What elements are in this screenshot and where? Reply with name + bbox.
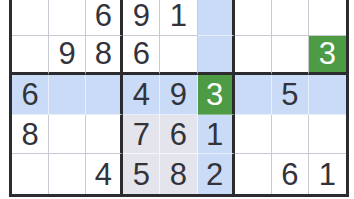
cell-r4c4[interactable]: 4 bbox=[123, 75, 160, 115]
cell-r2c9[interactable] bbox=[309, 0, 346, 36]
cell-r2c8[interactable] bbox=[272, 0, 309, 36]
cell-r6c7[interactable] bbox=[235, 154, 272, 194]
cell-r3c3[interactable]: 8 bbox=[86, 36, 123, 76]
cell-r6c4[interactable]: 5 bbox=[123, 154, 160, 194]
cell-r6c9[interactable]: 1 bbox=[309, 154, 346, 194]
cell-r5c6[interactable]: 1 bbox=[198, 115, 235, 155]
cell-r5c2[interactable] bbox=[49, 115, 86, 155]
cell-r5c8[interactable] bbox=[272, 115, 309, 155]
cell-r2c3[interactable]: 6 bbox=[86, 0, 123, 36]
cell-r3c7[interactable] bbox=[235, 36, 272, 76]
cell-r5c4[interactable]: 7 bbox=[123, 115, 160, 155]
cell-r3c5[interactable] bbox=[160, 36, 197, 76]
cell-r4c2[interactable] bbox=[49, 75, 86, 115]
cell-r6c1[interactable] bbox=[12, 154, 49, 194]
sudoku-board-viewport: 6919863649358761458261 bbox=[0, 0, 354, 199]
cell-r2c7[interactable] bbox=[235, 0, 272, 36]
cell-r2c2[interactable] bbox=[49, 0, 86, 36]
cell-r2c5[interactable]: 1 bbox=[160, 0, 197, 36]
cell-r4c8[interactable]: 5 bbox=[272, 75, 309, 115]
cell-r4c1[interactable]: 6 bbox=[12, 75, 49, 115]
cell-r4c3[interactable] bbox=[86, 75, 123, 115]
cell-r6c8[interactable]: 6 bbox=[272, 154, 309, 194]
cell-r3c8[interactable] bbox=[272, 36, 309, 76]
cell-r6c3[interactable]: 4 bbox=[86, 154, 123, 194]
sudoku-grid: 6919863649358761458261 bbox=[9, 0, 349, 197]
cell-r3c1[interactable] bbox=[12, 36, 49, 76]
cell-r3c9[interactable]: 3 bbox=[309, 36, 346, 76]
cell-r5c5[interactable]: 6 bbox=[160, 115, 197, 155]
cell-r4c9[interactable] bbox=[309, 75, 346, 115]
cell-r3c2[interactable]: 9 bbox=[49, 36, 86, 76]
cell-r2c1[interactable] bbox=[12, 0, 49, 36]
cell-r3c6[interactable] bbox=[198, 36, 235, 76]
cell-r5c7[interactable] bbox=[235, 115, 272, 155]
cell-r6c2[interactable] bbox=[49, 154, 86, 194]
cell-r5c1[interactable]: 8 bbox=[12, 115, 49, 155]
cell-r2c4[interactable]: 9 bbox=[123, 0, 160, 36]
cell-r5c9[interactable] bbox=[309, 115, 346, 155]
cell-r4c7[interactable] bbox=[235, 75, 272, 115]
cell-r2c6[interactable] bbox=[198, 0, 235, 36]
cell-r4c5[interactable]: 9 bbox=[160, 75, 197, 115]
cell-r3c4[interactable]: 6 bbox=[123, 36, 160, 76]
cell-r5c3[interactable] bbox=[86, 115, 123, 155]
cell-r6c5[interactable]: 8 bbox=[160, 154, 197, 194]
cell-r4c6[interactable]: 3 bbox=[198, 75, 235, 115]
cell-r6c6[interactable]: 2 bbox=[198, 154, 235, 194]
